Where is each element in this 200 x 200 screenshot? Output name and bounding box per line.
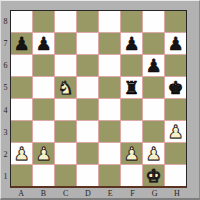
rank-label-6: 6 — [1, 55, 10, 77]
white-pawn[interactable]: ♟ — [145, 143, 161, 164]
square-e6[interactable] — [99, 55, 120, 76]
square-e1[interactable] — [99, 165, 120, 186]
rank-labels: 87654321 — [1, 10, 10, 188]
square-e8[interactable] — [99, 11, 120, 32]
rank-label-8: 8 — [1, 10, 10, 32]
square-b2[interactable]: ♟ — [33, 143, 54, 164]
square-f3[interactable] — [121, 121, 142, 142]
file-label-a: A — [10, 188, 32, 199]
white-pawn[interactable]: ♟ — [123, 143, 139, 164]
square-a8[interactable] — [11, 11, 32, 32]
black-king[interactable]: ♚ — [167, 77, 183, 98]
white-knight[interactable]: ♞ — [57, 77, 73, 98]
square-b6[interactable] — [33, 55, 54, 76]
square-f8[interactable] — [121, 11, 142, 32]
square-f7[interactable]: ♟ — [121, 33, 142, 54]
square-e2[interactable] — [99, 143, 120, 164]
square-g8[interactable] — [143, 11, 164, 32]
square-d5[interactable] — [77, 77, 98, 98]
square-b1[interactable] — [33, 165, 54, 186]
square-d1[interactable] — [77, 165, 98, 186]
square-c7[interactable] — [55, 33, 76, 54]
rank-label-3: 3 — [1, 121, 10, 143]
square-e4[interactable] — [99, 99, 120, 120]
square-f2[interactable]: ♟ — [121, 143, 142, 164]
square-a7[interactable]: ♟ — [11, 33, 32, 54]
chess-app-window: 87654321 ♟♟♟♟♟♞♜♚♟♟♟♟♟♚ ABCDEFGH — [0, 0, 200, 200]
square-h1[interactable] — [165, 165, 186, 186]
square-g6[interactable]: ♟ — [143, 55, 164, 76]
square-f1[interactable] — [121, 165, 142, 186]
square-c8[interactable] — [55, 11, 76, 32]
square-b8[interactable] — [33, 11, 54, 32]
black-rook[interactable]: ♜ — [123, 77, 139, 98]
file-label-d: D — [77, 188, 99, 199]
white-pawn[interactable]: ♟ — [13, 143, 29, 164]
square-a1[interactable] — [11, 165, 32, 186]
square-f5[interactable]: ♜ — [121, 77, 142, 98]
file-label-g: G — [144, 188, 166, 199]
square-h5[interactable]: ♚ — [165, 77, 186, 98]
square-c3[interactable] — [55, 121, 76, 142]
square-c5[interactable]: ♞ — [55, 77, 76, 98]
square-d4[interactable] — [77, 99, 98, 120]
square-a5[interactable] — [11, 77, 32, 98]
black-pawn[interactable]: ♟ — [145, 55, 161, 76]
square-d3[interactable] — [77, 121, 98, 142]
square-a3[interactable] — [11, 121, 32, 142]
square-d6[interactable] — [77, 55, 98, 76]
black-pawn[interactable]: ♟ — [167, 33, 183, 54]
square-f6[interactable] — [121, 55, 142, 76]
square-c2[interactable] — [55, 143, 76, 164]
rank-label-2: 2 — [1, 144, 10, 166]
square-f4[interactable] — [121, 99, 142, 120]
square-b3[interactable] — [33, 121, 54, 142]
square-d2[interactable] — [77, 143, 98, 164]
square-b4[interactable] — [33, 99, 54, 120]
rank-label-4: 4 — [1, 99, 10, 121]
square-a2[interactable]: ♟ — [11, 143, 32, 164]
square-c6[interactable] — [55, 55, 76, 76]
file-label-h: H — [166, 188, 188, 199]
square-h7[interactable]: ♟ — [165, 33, 186, 54]
white-pawn[interactable]: ♟ — [35, 143, 51, 164]
black-pawn[interactable]: ♟ — [123, 33, 139, 54]
square-c1[interactable] — [55, 165, 76, 186]
square-a6[interactable] — [11, 55, 32, 76]
square-e7[interactable] — [99, 33, 120, 54]
square-h2[interactable] — [165, 143, 186, 164]
white-king[interactable]: ♚ — [145, 165, 161, 186]
square-c4[interactable] — [55, 99, 76, 120]
square-e3[interactable] — [99, 121, 120, 142]
square-d7[interactable] — [77, 33, 98, 54]
file-label-f: F — [121, 188, 143, 199]
chess-board: ♟♟♟♟♟♞♜♚♟♟♟♟♟♚ — [10, 10, 187, 188]
file-labels: ABCDEFGH — [10, 188, 188, 199]
rank-label-7: 7 — [1, 32, 10, 54]
black-pawn[interactable]: ♟ — [13, 33, 29, 54]
square-g7[interactable] — [143, 33, 164, 54]
square-g3[interactable] — [143, 121, 164, 142]
rank-label-5: 5 — [1, 77, 10, 99]
square-b7[interactable]: ♟ — [33, 33, 54, 54]
square-a4[interactable] — [11, 99, 32, 120]
square-h4[interactable] — [165, 99, 186, 120]
square-g4[interactable] — [143, 99, 164, 120]
square-g5[interactable] — [143, 77, 164, 98]
square-h3[interactable]: ♟ — [165, 121, 186, 142]
black-pawn[interactable]: ♟ — [35, 33, 51, 54]
square-g1[interactable]: ♚ — [143, 165, 164, 186]
file-label-b: B — [32, 188, 54, 199]
square-h8[interactable] — [165, 11, 186, 32]
square-h6[interactable] — [165, 55, 186, 76]
square-b5[interactable] — [33, 77, 54, 98]
square-d8[interactable] — [77, 11, 98, 32]
rank-label-1: 1 — [1, 166, 10, 188]
white-pawn[interactable]: ♟ — [167, 121, 183, 142]
file-label-e: E — [99, 188, 121, 199]
square-e5[interactable] — [99, 77, 120, 98]
file-label-c: C — [55, 188, 77, 199]
square-g2[interactable]: ♟ — [143, 143, 164, 164]
